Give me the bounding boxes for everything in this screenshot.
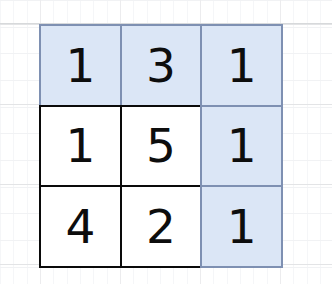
cell-r2c2: 1: [200, 185, 283, 268]
cell-r0c0: 1: [39, 24, 122, 107]
cell-r1c0[interactable]: 1: [39, 105, 122, 188]
cell-r2c1[interactable]: 2: [120, 185, 203, 268]
cell-r0c1: 3: [120, 24, 203, 107]
cell-r1c1[interactable]: 5: [120, 105, 203, 188]
cell-r2c0[interactable]: 4: [39, 185, 122, 268]
canvas: { "game": "number-grid-puzzle", "board":…: [0, 0, 332, 284]
cell-r0c2: 1: [200, 24, 283, 107]
cell-r1c2: 1: [200, 105, 283, 188]
puzzle-board: 1 3 1 1 5 1 4 2 1: [39, 24, 283, 268]
